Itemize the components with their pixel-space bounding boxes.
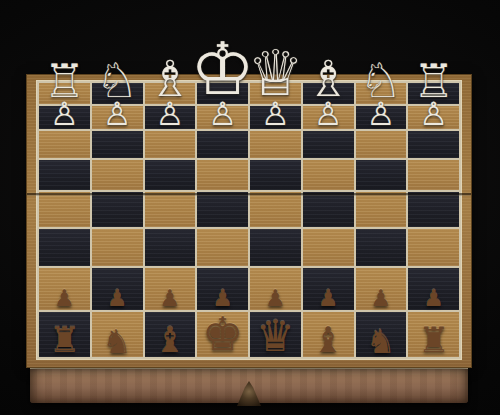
square-r6c3[interactable]	[145, 229, 196, 266]
square-r7c2[interactable]: ♟	[92, 268, 143, 309]
brown-knight[interactable]: ♞	[102, 326, 132, 357]
square-r8c3[interactable]: ♝	[145, 312, 196, 357]
square-r8c6[interactable]: ♝	[303, 312, 354, 357]
square-r7c4[interactable]: ♟	[197, 268, 248, 309]
square-r4c4[interactable]	[197, 160, 248, 191]
square-r2c1[interactable]: ♙	[39, 106, 90, 130]
square-r3c8[interactable]	[408, 131, 459, 158]
square-r6c4[interactable]	[197, 229, 248, 266]
clasp-latch-icon	[236, 381, 262, 406]
square-r8c1[interactable]: ♜	[39, 312, 90, 357]
brown-pawn[interactable]: ♟	[371, 288, 392, 310]
square-r5c4[interactable]	[197, 192, 248, 226]
brown-rook[interactable]: ♜	[418, 324, 449, 357]
square-r2c3[interactable]: ♙	[145, 106, 196, 130]
white-pawn[interactable]: ♙	[156, 99, 185, 129]
square-r6c6[interactable]	[303, 229, 354, 266]
square-r2c2[interactable]: ♙	[92, 106, 143, 130]
brown-bishop[interactable]: ♝	[312, 324, 343, 357]
square-r4c5[interactable]	[250, 160, 301, 191]
brown-pawn[interactable]: ♟	[318, 288, 339, 310]
white-pawn[interactable]: ♙	[314, 99, 343, 129]
square-r2c6[interactable]: ♙	[303, 106, 354, 130]
white-pawn[interactable]: ♙	[208, 99, 237, 129]
white-king[interactable]: ♔	[190, 35, 255, 103]
square-r4c7[interactable]	[356, 160, 407, 191]
square-r3c1[interactable]	[39, 131, 90, 158]
brown-queen[interactable]: ♛	[256, 316, 295, 357]
brown-knight[interactable]: ♞	[366, 326, 396, 357]
white-pawn[interactable]: ♙	[103, 99, 132, 129]
chess-board: ♖♘♗♔♕♗♘♖♙♙♙♙♙♙♙♙♟♟♟♟♟♟♟♟♜♞♝♚♛♝♞♜	[36, 80, 462, 360]
white-pawn[interactable]: ♙	[419, 99, 448, 129]
brown-pawn[interactable]: ♟	[423, 288, 444, 310]
square-r3c6[interactable]	[303, 131, 354, 158]
white-pawn[interactable]: ♙	[261, 99, 290, 129]
square-r7c7[interactable]: ♟	[356, 268, 407, 309]
square-r5c8[interactable]	[408, 192, 459, 226]
square-r5c6[interactable]	[303, 192, 354, 226]
square-r8c8[interactable]: ♜	[408, 312, 459, 357]
square-r7c5[interactable]: ♟	[250, 268, 301, 309]
white-pawn[interactable]: ♙	[367, 99, 396, 129]
square-r5c2[interactable]	[92, 192, 143, 226]
photo-scene: ♖♘♗♔♕♗♘♖♙♙♙♙♙♙♙♙♟♟♟♟♟♟♟♟♜♞♝♚♛♝♞♜	[0, 0, 500, 415]
square-r5c3[interactable]	[145, 192, 196, 226]
square-r4c6[interactable]	[303, 160, 354, 191]
brown-pawn[interactable]: ♟	[160, 288, 181, 310]
square-r3c4[interactable]	[197, 131, 248, 158]
square-r2c8[interactable]: ♙	[408, 106, 459, 130]
brown-pawn[interactable]: ♟	[54, 288, 75, 310]
white-pawn[interactable]: ♙	[50, 99, 79, 129]
brown-bishop[interactable]: ♝	[154, 324, 185, 357]
square-r4c3[interactable]	[145, 160, 196, 191]
square-r7c8[interactable]: ♟	[408, 268, 459, 309]
square-r7c1[interactable]: ♟	[39, 268, 90, 309]
square-r3c2[interactable]	[92, 131, 143, 158]
board-box-front	[30, 368, 468, 403]
brown-pawn[interactable]: ♟	[265, 288, 286, 310]
square-r8c4[interactable]: ♚	[197, 312, 248, 357]
square-r2c7[interactable]: ♙	[356, 106, 407, 130]
square-r8c5[interactable]: ♛	[250, 312, 301, 357]
square-r4c1[interactable]	[39, 160, 90, 191]
square-r6c1[interactable]	[39, 229, 90, 266]
square-r6c8[interactable]	[408, 229, 459, 266]
square-r6c5[interactable]	[250, 229, 301, 266]
square-r6c7[interactable]	[356, 229, 407, 266]
square-r4c8[interactable]	[408, 160, 459, 191]
square-r8c7[interactable]: ♞	[356, 312, 407, 357]
square-r5c7[interactable]	[356, 192, 407, 226]
square-r7c6[interactable]: ♟	[303, 268, 354, 309]
brown-rook[interactable]: ♜	[49, 324, 80, 357]
square-r3c5[interactable]	[250, 131, 301, 158]
brown-king[interactable]: ♚	[202, 313, 243, 357]
brown-pawn[interactable]: ♟	[107, 288, 128, 310]
board-frame: ♖♘♗♔♕♗♘♖♙♙♙♙♙♙♙♙♟♟♟♟♟♟♟♟♜♞♝♚♛♝♞♜	[26, 74, 472, 368]
square-r5c5[interactable]	[250, 192, 301, 226]
square-r3c7[interactable]	[356, 131, 407, 158]
square-r7c3[interactable]: ♟	[145, 268, 196, 309]
square-r8c2[interactable]: ♞	[92, 312, 143, 357]
board-fold-seam	[27, 193, 471, 196]
square-r3c3[interactable]	[145, 131, 196, 158]
square-r4c2[interactable]	[92, 160, 143, 191]
square-r5c1[interactable]	[39, 192, 90, 226]
square-r6c2[interactable]	[92, 229, 143, 266]
